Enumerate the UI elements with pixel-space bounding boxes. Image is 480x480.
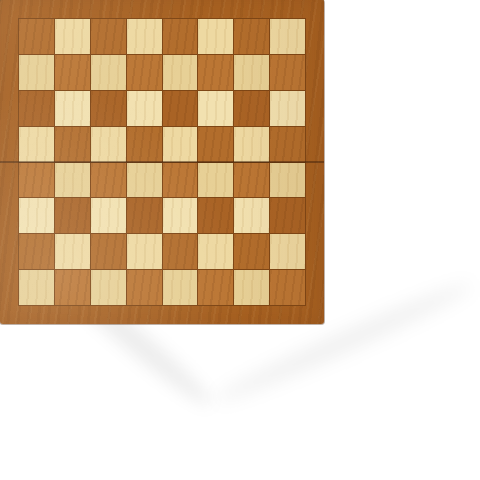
square-b2 — [55, 55, 90, 90]
square-g5 — [234, 163, 269, 198]
square-h3 — [270, 91, 305, 126]
square-d1 — [127, 19, 162, 54]
square-e8 — [163, 270, 198, 305]
square-d3 — [127, 91, 162, 126]
square-g6 — [234, 198, 269, 233]
square-g3 — [234, 91, 269, 126]
square-e2 — [163, 55, 198, 90]
square-b5 — [55, 163, 90, 198]
square-c3 — [91, 91, 126, 126]
square-f8 — [198, 270, 233, 305]
square-h8 — [270, 270, 305, 305]
square-f4 — [198, 127, 233, 162]
board-top-face — [0, 0, 324, 324]
square-c7 — [91, 234, 126, 269]
square-e5 — [163, 163, 198, 198]
square-f7 — [198, 234, 233, 269]
square-g7 — [234, 234, 269, 269]
square-d5 — [127, 163, 162, 198]
square-g8 — [234, 270, 269, 305]
square-e7 — [163, 234, 198, 269]
square-a3 — [19, 91, 54, 126]
square-a4 — [19, 127, 54, 162]
square-b3 — [55, 91, 90, 126]
square-c4 — [91, 127, 126, 162]
square-d8 — [127, 270, 162, 305]
square-f3 — [198, 91, 233, 126]
square-d2 — [127, 55, 162, 90]
square-e3 — [163, 91, 198, 126]
square-d6 — [127, 198, 162, 233]
square-c8 — [91, 270, 126, 305]
square-a1 — [19, 19, 54, 54]
square-b6 — [55, 198, 90, 233]
square-c1 — [91, 19, 126, 54]
square-e6 — [163, 198, 198, 233]
square-h6 — [270, 198, 305, 233]
square-a2 — [19, 55, 54, 90]
square-h1 — [270, 19, 305, 54]
square-b8 — [55, 270, 90, 305]
square-g2 — [234, 55, 269, 90]
fold-seam-line — [0, 161, 324, 163]
square-h7 — [270, 234, 305, 269]
square-h2 — [270, 55, 305, 90]
square-f6 — [198, 198, 233, 233]
square-a8 — [19, 270, 54, 305]
square-b7 — [55, 234, 90, 269]
square-g1 — [234, 19, 269, 54]
product-photo-scene — [0, 0, 480, 480]
square-h5 — [270, 163, 305, 198]
square-f5 — [198, 163, 233, 198]
square-a7 — [19, 234, 54, 269]
square-f2 — [198, 55, 233, 90]
square-d4 — [127, 127, 162, 162]
square-b1 — [55, 19, 90, 54]
square-d7 — [127, 234, 162, 269]
square-c6 — [91, 198, 126, 233]
square-c2 — [91, 55, 126, 90]
square-e1 — [163, 19, 198, 54]
square-c5 — [91, 163, 126, 198]
square-h4 — [270, 127, 305, 162]
square-e4 — [163, 127, 198, 162]
square-a6 — [19, 198, 54, 233]
square-g4 — [234, 127, 269, 162]
square-a5 — [19, 163, 54, 198]
square-f1 — [198, 19, 233, 54]
square-b4 — [55, 127, 90, 162]
